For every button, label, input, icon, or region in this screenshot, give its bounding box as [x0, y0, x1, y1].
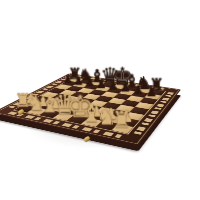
square-b7[interactable]: ♟ — [72, 83, 89, 88]
piece-black-knight[interactable]: ♞ — [136, 74, 149, 92]
square-c8[interactable]: ♝ — [89, 81, 105, 86]
chess-set-photo: ♜♞♝♛♚♝♞♜♟♟♟♟♟♟♟♟♟♟♟♟♟♟♟♟♜♞♝♛♚♝♞♜ — [0, 0, 200, 200]
square-a6[interactable] — [55, 84, 72, 89]
piece-black-pawn[interactable]: ♟ — [62, 73, 74, 84]
piece-black-queen[interactable]: ♛ — [100, 65, 113, 86]
square-f8[interactable]: ♝ — [124, 86, 140, 92]
piece-black-bishop[interactable]: ♝ — [89, 67, 101, 85]
square-a8[interactable]: ♜ — [68, 78, 84, 83]
board-shadow — [2, 92, 194, 158]
inlay-border-top — [75, 76, 167, 91]
piece-black-pawn[interactable]: ♟ — [72, 75, 85, 87]
square-a7[interactable]: ♟ — [62, 81, 79, 86]
square-c7[interactable]: ♟ — [83, 84, 100, 89]
piece-black-bishop[interactable]: ♝ — [124, 72, 137, 90]
square-b6[interactable] — [66, 86, 83, 92]
piece-black-knight[interactable]: ♞ — [78, 66, 90, 83]
square-d7[interactable]: ♟ — [95, 86, 112, 92]
piece-black-pawn[interactable]: ♟ — [107, 80, 120, 92]
piece-black-king[interactable]: ♚ — [112, 64, 125, 88]
square-d8[interactable]: ♛ — [100, 82, 116, 87]
piece-black-rook[interactable]: ♜ — [68, 66, 80, 81]
square-e8[interactable]: ♚ — [112, 84, 128, 89]
piece-black-pawn[interactable]: ♟ — [83, 76, 96, 88]
square-b8[interactable]: ♞ — [78, 79, 94, 84]
piece-black-pawn[interactable]: ♟ — [95, 78, 108, 90]
